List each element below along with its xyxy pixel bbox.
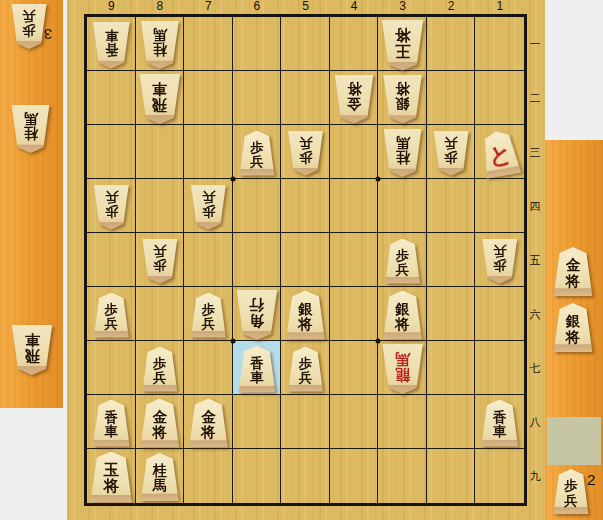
piece-gote-pawn-1五[interactable]: 歩兵 — [481, 239, 519, 284]
square-4-8[interactable] — [330, 395, 379, 449]
shogi-board: 香車桂馬王将飛車金将銀将歩兵歩兵桂馬歩兵と歩兵歩兵歩兵歩兵歩兵歩兵歩兵角行銀将銀… — [84, 14, 527, 506]
piece-kanji: 歩兵 — [396, 248, 410, 276]
piece-sente-lance-1八[interactable]: 香車 — [480, 400, 520, 447]
piece-kanji: 歩兵 — [444, 137, 458, 165]
square-8-6[interactable] — [136, 287, 185, 341]
square-2-6[interactable] — [427, 287, 476, 341]
square-1-4[interactable] — [475, 179, 524, 233]
piece-kanji: 銀将 — [298, 301, 313, 331]
rank-label-5: 五 — [528, 253, 542, 268]
rank-label-6: 六 — [528, 307, 542, 322]
square-7-5[interactable] — [184, 233, 233, 287]
piece-gote-pawn-8五[interactable]: 歩兵 — [141, 239, 179, 284]
piece-sente-pawn-6三[interactable]: 歩兵 — [238, 131, 276, 176]
piece-sente-silver-3六[interactable]: 銀将 — [382, 291, 424, 340]
square-6-4[interactable] — [233, 179, 282, 233]
square-7-9[interactable] — [184, 449, 233, 503]
square-3-9[interactable] — [378, 449, 427, 503]
square-6-9[interactable] — [233, 449, 282, 503]
piece-sente-pawn-9六[interactable]: 歩兵 — [92, 293, 130, 338]
piece-gote-pawn[interactable]: 歩兵 — [10, 4, 48, 49]
square-8-3[interactable] — [136, 125, 185, 179]
piece-gote-gold-4二[interactable]: 金将 — [333, 75, 375, 124]
square-1-7[interactable] — [475, 341, 524, 395]
piece-gote-silver-3二[interactable]: 銀将 — [382, 75, 424, 124]
rank-label-1: 一 — [528, 37, 542, 52]
piece-kanji: 歩兵 — [105, 302, 119, 330]
square-7-2[interactable] — [184, 71, 233, 125]
square-9-3[interactable] — [87, 125, 136, 179]
file-label-4: 4 — [344, 0, 364, 13]
piece-kanji: 銀将 — [395, 301, 410, 331]
square-6-8[interactable] — [233, 395, 282, 449]
square-3-8[interactable] — [378, 395, 427, 449]
square-2-4[interactable] — [427, 179, 476, 233]
piece-sente-knight-8九[interactable]: 桂馬 — [139, 453, 180, 501]
piece-kanji: 龍馬 — [395, 351, 410, 382]
square-3-4[interactable] — [378, 179, 427, 233]
square-4-7[interactable] — [330, 341, 379, 395]
piece-kanji: 銀将 — [566, 313, 581, 343]
piece-kanji: 香車 — [105, 29, 119, 57]
piece-sente-lance-6七[interactable]: 香車 — [237, 346, 277, 393]
piece-gote-king-3一[interactable]: 王将 — [380, 20, 425, 71]
rank-label-9: 九 — [528, 469, 542, 484]
piece-gote-knight[interactable]: 桂馬 — [10, 105, 51, 153]
piece-gote-bishop-6六[interactable]: 角行 — [235, 290, 279, 340]
piece-sente-silver-5六[interactable]: 銀将 — [285, 291, 327, 340]
square-1-1[interactable] — [475, 17, 524, 71]
file-label-6: 6 — [247, 0, 267, 13]
star-point-icon — [376, 339, 381, 344]
piece-kanji: 飛車 — [152, 81, 167, 112]
piece-kanji: 歩兵 — [299, 137, 313, 165]
square-4-4[interactable] — [330, 179, 379, 233]
piece-kanji: と — [486, 140, 513, 168]
piece-sente-gold-8八[interactable]: 金将 — [139, 399, 181, 448]
gote-hand-pawn-count: 3 — [44, 26, 52, 43]
piece-kanji: 歩兵 — [202, 191, 216, 219]
star-point-icon — [230, 177, 235, 182]
piece-kanji: 金将 — [347, 82, 362, 112]
rank-label-3: 三 — [528, 145, 542, 160]
piece-sente-pawn-3五[interactable]: 歩兵 — [384, 239, 422, 284]
piece-sente-pawn-7六[interactable]: 歩兵 — [189, 293, 227, 338]
square-4-6[interactable] — [330, 287, 379, 341]
piece-sente-gold[interactable]: 金将 — [552, 247, 594, 296]
piece-kanji: 飛車 — [25, 332, 40, 363]
square-7-1[interactable] — [184, 17, 233, 71]
file-label-9: 9 — [101, 0, 121, 13]
piece-kanji: 桂馬 — [24, 112, 38, 141]
square-1-2[interactable] — [475, 71, 524, 125]
rank-label-7: 七 — [528, 361, 542, 376]
shogi-app: { "game": "shogi", "position": { "sfen":… — [0, 0, 603, 520]
file-label-5: 5 — [296, 0, 316, 13]
square-4-3[interactable] — [330, 125, 379, 179]
square-1-9[interactable] — [475, 449, 524, 503]
file-label-3: 3 — [393, 0, 413, 13]
file-label-7: 7 — [198, 0, 218, 13]
piece-kanji: 王将 — [395, 27, 411, 59]
square-5-1[interactable] — [281, 17, 330, 71]
piece-kanji: 香車 — [105, 410, 119, 438]
square-5-4[interactable] — [281, 179, 330, 233]
piece-gote-pawn-2三[interactable]: 歩兵 — [432, 131, 470, 176]
square-2-8[interactable] — [427, 395, 476, 449]
piece-kanji: 歩兵 — [493, 245, 507, 273]
square-2-1[interactable] — [427, 17, 476, 71]
piece-kanji: 香車 — [250, 356, 264, 384]
square-5-8[interactable] — [281, 395, 330, 449]
square-2-5[interactable] — [427, 233, 476, 287]
piece-sente-lance-9八[interactable]: 香車 — [91, 400, 131, 447]
piece-kanji: 歩兵 — [153, 356, 167, 384]
piece-kanji: 玉将 — [104, 462, 120, 494]
piece-kanji: 桂馬 — [396, 136, 410, 165]
piece-kanji: 銀将 — [395, 82, 410, 112]
square-9-7[interactable] — [87, 341, 136, 395]
sente-hand-pawn-count: 2 — [587, 471, 595, 488]
piece-gote-pawn-9四[interactable]: 歩兵 — [92, 185, 130, 230]
piece-kanji: 桂馬 — [153, 28, 167, 57]
square-6-1[interactable] — [233, 17, 282, 71]
piece-sente-king-9九[interactable]: 玉将 — [89, 452, 134, 503]
piece-sente-gold-7八[interactable]: 金将 — [187, 399, 229, 448]
square-7-7[interactable] — [184, 341, 233, 395]
piece-kanji: 歩兵 — [153, 245, 167, 273]
piece-kanji: 角行 — [249, 297, 264, 328]
piece-sente-silver[interactable]: 銀将 — [552, 303, 594, 352]
sente-captured-piece-stand: 金将銀将歩兵2 — [545, 140, 603, 520]
piece-gote-lance-9一[interactable]: 香車 — [91, 22, 131, 69]
piece-sente-pawn[interactable]: 歩兵 — [552, 469, 590, 514]
piece-kanji: 桂馬 — [153, 463, 167, 492]
gote-captured-piece-stand: 歩兵3桂馬飛車 — [0, 0, 63, 408]
file-label-2: 2 — [441, 0, 461, 13]
piece-sente-tokin-1三[interactable]: と — [477, 128, 522, 179]
piece-kanji: 金将 — [201, 409, 216, 439]
square-5-5[interactable] — [281, 233, 330, 287]
piece-kanji: 歩兵 — [299, 356, 313, 384]
piece-gote-pawn-7四[interactable]: 歩兵 — [189, 185, 227, 230]
square-2-2[interactable] — [427, 71, 476, 125]
rank-label-8: 八 — [528, 415, 542, 430]
piece-kanji: 金将 — [153, 409, 168, 439]
square-9-2[interactable] — [87, 71, 136, 125]
piece-kanji: 歩兵 — [564, 478, 578, 506]
piece-sente-pawn-8七[interactable]: 歩兵 — [141, 347, 179, 392]
piece-kanji: 歩兵 — [105, 191, 119, 219]
square-6-5[interactable] — [233, 233, 282, 287]
square-5-2[interactable] — [281, 71, 330, 125]
piece-gote-rook-8二[interactable]: 飛車 — [138, 74, 182, 124]
file-label-1: 1 — [490, 0, 510, 13]
square-7-3[interactable] — [184, 125, 233, 179]
rank-label-2: 二 — [528, 91, 542, 106]
square-6-2[interactable] — [233, 71, 282, 125]
square-4-9[interactable] — [330, 449, 379, 503]
piece-kanji: 歩兵 — [202, 302, 216, 330]
piece-gote-knight-3三[interactable]: 桂馬 — [382, 129, 423, 177]
rank-label-4: 四 — [528, 199, 542, 214]
piece-sente-pawn-5七[interactable]: 歩兵 — [287, 347, 325, 392]
star-point-icon — [376, 177, 381, 182]
piece-kanji: 香車 — [493, 410, 507, 438]
sente-hand-empty-slot-highlight — [547, 417, 601, 465]
piece-gote-knight-8一[interactable]: 桂馬 — [139, 21, 180, 69]
square-1-6[interactable] — [475, 287, 524, 341]
piece-kanji: 金将 — [566, 257, 581, 287]
square-9-5[interactable] — [87, 233, 136, 287]
piece-gote-pawn-5三[interactable]: 歩兵 — [287, 131, 325, 176]
square-8-4[interactable] — [136, 179, 185, 233]
piece-gote-promoted-bishop-3七[interactable]: 龍馬 — [381, 344, 425, 394]
square-2-9[interactable] — [427, 449, 476, 503]
square-4-1[interactable] — [330, 17, 379, 71]
square-4-5[interactable] — [330, 233, 379, 287]
square-5-9[interactable] — [281, 449, 330, 503]
piece-kanji: 歩兵 — [22, 10, 36, 38]
file-label-8: 8 — [150, 0, 170, 13]
piece-gote-rook[interactable]: 飛車 — [10, 325, 54, 375]
piece-kanji: 歩兵 — [250, 140, 264, 168]
square-2-7[interactable] — [427, 341, 476, 395]
